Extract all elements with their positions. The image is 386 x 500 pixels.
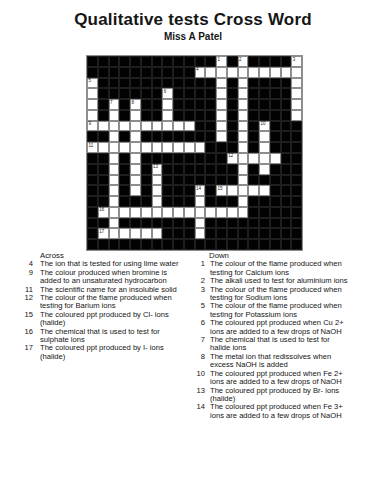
black-cell: [87, 164, 98, 175]
white-cell[interactable]: [291, 67, 302, 78]
black-cell: [205, 175, 216, 186]
black-cell: [248, 239, 259, 250]
black-cell: [141, 185, 152, 196]
white-cell[interactable]: [173, 207, 184, 218]
black-cell: [152, 110, 163, 121]
white-cell[interactable]: [152, 228, 163, 239]
black-cell: [98, 218, 109, 229]
white-cell[interactable]: [98, 121, 109, 132]
black-cell: [184, 228, 195, 239]
black-cell: [162, 185, 173, 196]
white-cell[interactable]: [98, 142, 109, 153]
black-cell: [119, 164, 130, 175]
black-cell: [98, 67, 109, 78]
black-cell: [141, 78, 152, 89]
white-cell[interactable]: [205, 207, 216, 218]
white-cell[interactable]: [259, 67, 270, 78]
black-cell: [162, 56, 173, 67]
white-cell[interactable]: [259, 185, 270, 196]
black-cell: [291, 228, 302, 239]
black-cell: [87, 131, 98, 142]
black-cell: [281, 153, 292, 164]
black-cell: [195, 131, 206, 142]
white-cell[interactable]: [184, 121, 195, 132]
white-cell[interactable]: [216, 99, 227, 110]
white-cell[interactable]: [216, 207, 227, 218]
white-cell[interactable]: [238, 121, 249, 132]
white-cell[interactable]: [238, 185, 249, 196]
black-cell: [248, 110, 259, 121]
black-cell: [248, 142, 259, 153]
white-cell[interactable]: [87, 88, 98, 99]
white-cell[interactable]: [130, 153, 141, 164]
white-cell[interactable]: [109, 218, 120, 229]
black-cell: [184, 185, 195, 196]
black-cell: [270, 207, 281, 218]
black-cell: [195, 175, 206, 186]
clue-item: 13The coloured ppt produced by Br- ions …: [196, 387, 378, 404]
white-cell[interactable]: [248, 185, 259, 196]
white-cell[interactable]: [291, 78, 302, 89]
black-cell: [291, 207, 302, 218]
black-cell: [152, 88, 163, 99]
cell-number: 3: [293, 57, 296, 62]
black-cell: [141, 239, 152, 250]
black-cell: [281, 131, 292, 142]
black-cell: [281, 78, 292, 89]
black-cell: [141, 99, 152, 110]
cell-number: 12: [228, 153, 233, 158]
white-cell[interactable]: [109, 121, 120, 132]
black-cell: [162, 67, 173, 78]
white-cell[interactable]: [119, 207, 130, 218]
black-cell: [281, 196, 292, 207]
white-cell[interactable]: [216, 67, 227, 78]
black-cell: [173, 239, 184, 250]
black-cell: [227, 99, 238, 110]
black-cell: [87, 239, 98, 250]
white-cell[interactable]: [238, 175, 249, 186]
white-cell[interactable]: 10: [259, 121, 270, 132]
black-cell: [141, 153, 152, 164]
black-cell: [205, 99, 216, 110]
white-cell[interactable]: 8: [130, 99, 141, 110]
black-cell: [119, 110, 130, 121]
cell-number: 8: [132, 100, 135, 105]
clue-number: 13: [196, 387, 205, 404]
black-cell: [270, 99, 281, 110]
black-cell: [173, 164, 184, 175]
white-cell[interactable]: [227, 185, 238, 196]
black-cell: [205, 185, 216, 196]
black-cell: [259, 110, 270, 121]
black-cell: [152, 78, 163, 89]
white-cell[interactable]: [238, 131, 249, 142]
black-cell: [227, 164, 238, 175]
white-cell[interactable]: 12: [227, 153, 238, 164]
white-cell[interactable]: 13: [152, 164, 163, 175]
black-cell: [281, 142, 292, 153]
clue-item: 15The coloured ppt produced by Cl- ions …: [22, 311, 192, 328]
black-cell: [291, 121, 302, 132]
clue-text: The coloured ppt produced when Fe 3+ ion…: [210, 403, 352, 420]
clue-item: 17The coloured ppt produced by I- ions (…: [22, 344, 192, 361]
black-cell: [216, 218, 227, 229]
white-cell[interactable]: [87, 110, 98, 121]
white-cell[interactable]: [270, 153, 281, 164]
white-cell[interactable]: [130, 121, 141, 132]
black-cell: [195, 88, 206, 99]
white-cell[interactable]: [130, 131, 141, 142]
clue-item: 3The colour of the flame produced when t…: [196, 286, 378, 303]
black-cell: [270, 239, 281, 250]
black-cell: [119, 185, 130, 196]
cell-number: 13: [153, 164, 158, 169]
black-cell: [281, 88, 292, 99]
black-cell: [216, 175, 227, 186]
black-cell: [184, 131, 195, 142]
white-cell[interactable]: [141, 142, 152, 153]
black-cell: [248, 56, 259, 67]
white-cell[interactable]: [109, 153, 120, 164]
white-cell[interactable]: [109, 207, 120, 218]
black-cell: [109, 78, 120, 89]
black-cell: [205, 88, 216, 99]
white-cell[interactable]: [259, 153, 270, 164]
black-cell: [227, 239, 238, 250]
black-cell: [248, 78, 259, 89]
black-cell: [281, 99, 292, 110]
white-cell[interactable]: [141, 207, 152, 218]
black-cell: [109, 67, 120, 78]
black-cell: [152, 153, 163, 164]
black-cell: [291, 142, 302, 153]
white-cell[interactable]: [109, 131, 120, 142]
black-cell: [184, 164, 195, 175]
black-cell: [162, 153, 173, 164]
black-cell: [248, 88, 259, 99]
black-cell: [195, 99, 206, 110]
white-cell[interactable]: [173, 121, 184, 132]
white-cell[interactable]: [238, 207, 249, 218]
white-cell[interactable]: 1: [216, 56, 227, 67]
white-cell[interactable]: [109, 142, 120, 153]
white-cell[interactable]: [238, 88, 249, 99]
white-cell[interactable]: [195, 228, 206, 239]
white-cell[interactable]: 4: [195, 67, 206, 78]
clue-text: The colour of the flame produced when te…: [210, 286, 352, 303]
clue-number: 12: [22, 294, 33, 311]
clue-number: 5: [196, 302, 205, 319]
white-cell[interactable]: 16: [98, 207, 109, 218]
white-cell[interactable]: [238, 99, 249, 110]
white-cell[interactable]: [152, 185, 163, 196]
white-cell[interactable]: [162, 99, 173, 110]
white-cell[interactable]: [141, 228, 152, 239]
page-title: Qualitative tests Cross Word: [0, 10, 386, 30]
black-cell: [270, 175, 281, 186]
white-cell[interactable]: [248, 153, 259, 164]
black-cell: [205, 142, 216, 153]
white-cell[interactable]: [162, 207, 173, 218]
black-cell: [205, 164, 216, 175]
black-cell: [216, 164, 227, 175]
black-cell: [184, 110, 195, 121]
clue-text: The coloured ppt produced by I- ions (ha…: [40, 344, 188, 361]
white-cell[interactable]: [109, 228, 120, 239]
black-cell: [259, 207, 270, 218]
white-cell[interactable]: 15: [216, 185, 227, 196]
white-cell[interactable]: [162, 142, 173, 153]
black-cell: [248, 99, 259, 110]
black-cell: [130, 67, 141, 78]
white-cell[interactable]: [184, 142, 195, 153]
black-cell: [98, 78, 109, 89]
white-cell[interactable]: [216, 110, 227, 121]
white-cell[interactable]: [195, 218, 206, 229]
white-cell[interactable]: [291, 99, 302, 110]
black-cell: [227, 56, 238, 67]
black-cell: [281, 207, 292, 218]
white-cell[interactable]: 9: [87, 121, 98, 132]
clue-text: The coloured ppt produced when Cu 2+ ion…: [210, 319, 352, 336]
white-cell[interactable]: [130, 110, 141, 121]
black-cell: [205, 218, 216, 229]
black-cell: [87, 207, 98, 218]
white-cell[interactable]: [216, 121, 227, 132]
black-cell: [205, 228, 216, 239]
white-cell[interactable]: [152, 207, 163, 218]
clue-item: 14The coloured ppt produced when Fe 3+ i…: [196, 403, 378, 420]
cell-number: 4: [196, 67, 199, 72]
black-cell: [173, 175, 184, 186]
white-cell[interactable]: [109, 110, 120, 121]
white-cell[interactable]: [173, 142, 184, 153]
white-cell[interactable]: [119, 142, 130, 153]
cell-number: 16: [99, 207, 104, 212]
white-cell[interactable]: [119, 121, 130, 132]
white-cell[interactable]: [195, 196, 206, 207]
black-cell: [227, 88, 238, 99]
white-cell[interactable]: [227, 67, 238, 78]
black-cell: [173, 78, 184, 89]
clue-number: 9: [22, 269, 33, 286]
white-cell[interactable]: 11: [87, 142, 98, 153]
black-cell: [270, 218, 281, 229]
black-cell: [184, 67, 195, 78]
white-cell[interactable]: 3: [291, 56, 302, 67]
white-cell[interactable]: [109, 196, 120, 207]
white-cell[interactable]: [130, 142, 141, 153]
black-cell: [205, 56, 216, 67]
white-cell[interactable]: [270, 67, 281, 78]
black-cell: [109, 56, 120, 67]
black-cell: [184, 239, 195, 250]
black-cell: [152, 218, 163, 229]
black-cell: [281, 228, 292, 239]
black-cell: [162, 175, 173, 186]
black-cell: [227, 218, 238, 229]
white-cell[interactable]: [238, 67, 249, 78]
down-clues: Down 1The colour of the flame produced w…: [196, 252, 378, 420]
white-cell[interactable]: [152, 175, 163, 186]
clue-number: 8: [196, 353, 205, 370]
white-cell[interactable]: [216, 78, 227, 89]
clue-item: 1The colour of the flame produced when t…: [196, 260, 378, 277]
white-cell[interactable]: [238, 196, 249, 207]
white-cell[interactable]: [291, 88, 302, 99]
white-cell[interactable]: [109, 185, 120, 196]
black-cell: [291, 164, 302, 175]
black-cell: [227, 131, 238, 142]
white-cell[interactable]: [238, 110, 249, 121]
black-cell: [184, 196, 195, 207]
white-cell[interactable]: [259, 164, 270, 175]
black-cell: [227, 196, 238, 207]
white-cell[interactable]: [195, 142, 206, 153]
white-cell[interactable]: [119, 228, 130, 239]
black-cell: [98, 110, 109, 121]
black-cell: [130, 78, 141, 89]
white-cell[interactable]: 2: [238, 56, 249, 67]
black-cell: [98, 175, 109, 186]
black-cell: [281, 185, 292, 196]
white-cell[interactable]: [281, 67, 292, 78]
white-cell[interactable]: 14: [195, 185, 206, 196]
white-cell[interactable]: [238, 78, 249, 89]
white-cell[interactable]: [162, 110, 173, 121]
white-cell[interactable]: [141, 121, 152, 132]
black-cell: [248, 131, 259, 142]
white-cell[interactable]: 7: [109, 99, 120, 110]
white-cell[interactable]: [238, 142, 249, 153]
white-cell[interactable]: [109, 164, 120, 175]
clue-text: The coloured ppt produced by Br- ions (h…: [210, 387, 352, 404]
white-cell[interactable]: [130, 228, 141, 239]
black-cell: [291, 239, 302, 250]
cell-number: 14: [196, 186, 201, 191]
white-cell[interactable]: [109, 175, 120, 186]
black-cell: [98, 239, 109, 250]
black-cell: [259, 99, 270, 110]
black-cell: [216, 196, 227, 207]
white-cell[interactable]: [205, 67, 216, 78]
white-cell[interactable]: [130, 175, 141, 186]
white-cell[interactable]: [152, 142, 163, 153]
black-cell: [195, 239, 206, 250]
cell-number: 6: [164, 89, 167, 94]
black-cell: [205, 78, 216, 89]
black-cell: [281, 164, 292, 175]
black-cell: [270, 131, 281, 142]
black-cell: [248, 218, 259, 229]
black-cell: [184, 218, 195, 229]
crossword-grid: 1234567891011121314151617: [86, 55, 303, 251]
white-cell[interactable]: [291, 110, 302, 121]
black-cell: [162, 228, 173, 239]
cell-number: 17: [99, 229, 104, 234]
black-cell: [141, 131, 152, 142]
black-cell: [119, 56, 130, 67]
black-cell: [98, 99, 109, 110]
white-cell[interactable]: [130, 185, 141, 196]
white-cell[interactable]: [248, 67, 259, 78]
black-cell: [173, 88, 184, 99]
black-cell: [173, 99, 184, 110]
white-cell[interactable]: [195, 207, 206, 218]
clue-item: 6The coloured ppt produced when Cu 2+ io…: [196, 319, 378, 336]
black-cell: [162, 131, 173, 142]
white-cell[interactable]: [130, 164, 141, 175]
worksheet-page: Qualitative tests Cross Word Miss A Pate…: [0, 0, 386, 500]
black-cell: [119, 88, 130, 99]
clue-item: 5The colour of the flame produced when t…: [196, 302, 378, 319]
white-cell[interactable]: [184, 207, 195, 218]
white-cell[interactable]: [216, 131, 227, 142]
black-cell: [195, 78, 206, 89]
cell-number: 7: [110, 100, 113, 105]
black-cell: [119, 218, 130, 229]
black-cell: [281, 218, 292, 229]
clue-item: 7The chemical that is used to test for h…: [196, 336, 378, 353]
black-cell: [173, 196, 184, 207]
clue-text: The coloured ppt produced by Cl- ions (h…: [40, 311, 188, 328]
black-cell: [227, 142, 238, 153]
white-cell[interactable]: [152, 121, 163, 132]
white-cell[interactable]: [259, 131, 270, 142]
clue-number: 14: [196, 403, 205, 420]
black-cell: [270, 78, 281, 89]
across-clues: Across 4The ion that is tested for using…: [22, 252, 192, 361]
white-cell[interactable]: [238, 153, 249, 164]
black-cell: [109, 88, 120, 99]
black-cell: [184, 99, 195, 110]
black-cell: [130, 56, 141, 67]
black-cell: [87, 196, 98, 207]
black-cell: [248, 228, 259, 239]
black-cell: [259, 175, 270, 186]
clue-number: 7: [196, 336, 205, 353]
black-cell: [259, 228, 270, 239]
black-cell: [141, 67, 152, 78]
black-cell: [195, 153, 206, 164]
black-cell: [291, 153, 302, 164]
white-cell[interactable]: 5: [87, 78, 98, 89]
white-cell[interactable]: [87, 99, 98, 110]
white-cell[interactable]: [227, 207, 238, 218]
black-cell: [238, 218, 249, 229]
white-cell[interactable]: [238, 164, 249, 175]
white-cell[interactable]: [259, 142, 270, 153]
cell-number: 1: [218, 57, 221, 62]
black-cell: [184, 175, 195, 186]
black-cell: [205, 153, 216, 164]
white-cell[interactable]: 17: [98, 228, 109, 239]
white-cell[interactable]: [162, 121, 173, 132]
clue-text: The chemical that is used to test for su…: [40, 328, 188, 345]
clue-number: 17: [22, 344, 33, 361]
white-cell[interactable]: [152, 196, 163, 207]
black-cell: [98, 164, 109, 175]
black-cell: [270, 88, 281, 99]
black-cell: [119, 78, 130, 89]
white-cell[interactable]: [130, 207, 141, 218]
white-cell[interactable]: [216, 88, 227, 99]
clue-item: 8The metal ion that redissolves when exc…: [196, 353, 378, 370]
white-cell[interactable]: 6: [162, 88, 173, 99]
black-cell: [130, 239, 141, 250]
black-cell: [238, 228, 249, 239]
